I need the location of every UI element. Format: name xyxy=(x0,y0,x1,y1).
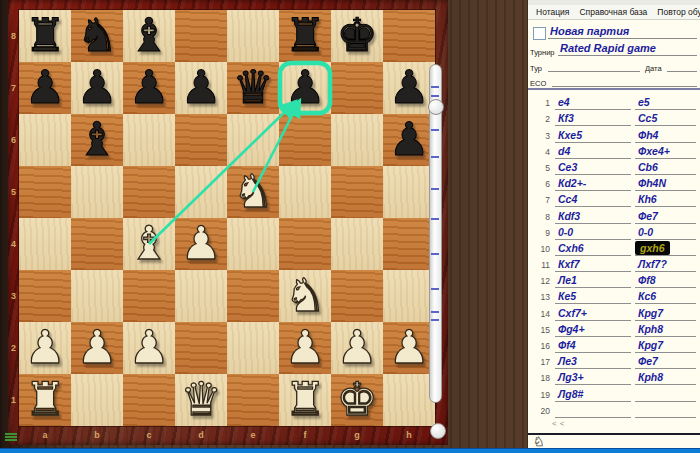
square-c6[interactable] xyxy=(123,114,175,166)
black-move[interactable]: Фe7 xyxy=(635,354,696,369)
white-pawn-d4[interactable]: ♟ xyxy=(175,218,227,270)
rank-label-8: 8 xyxy=(8,10,19,62)
black-move[interactable]: Кc6 xyxy=(635,289,696,304)
panel-bottom-line xyxy=(528,433,700,435)
square-d6[interactable] xyxy=(175,114,227,166)
square-e3[interactable] xyxy=(227,270,279,322)
new-game-label: Новая партия xyxy=(550,25,629,37)
white-move[interactable]: e4 xyxy=(555,95,631,110)
white-move[interactable]: Кxf7 xyxy=(555,257,631,272)
scrollbar-tick xyxy=(431,95,439,97)
white-knight-f3[interactable]: ♞ xyxy=(279,270,331,322)
move-number: 6 xyxy=(534,177,550,191)
square-e1[interactable] xyxy=(227,374,279,426)
black-move[interactable]: Фxe4+ xyxy=(635,144,696,159)
tab-notation[interactable]: Нотация xyxy=(536,5,569,19)
scrollbar-tick xyxy=(431,288,439,290)
scrollbar-tick xyxy=(431,218,439,220)
white-move[interactable]: Кe5 xyxy=(555,289,631,304)
move-row-5: 5Сe3Сb6 xyxy=(528,159,700,175)
square-g1[interactable]: ♚ xyxy=(331,374,383,426)
white-move[interactable]: Кd2+- xyxy=(555,176,631,191)
square-g3[interactable] xyxy=(331,270,383,322)
white-move[interactable]: Лg3+ xyxy=(555,370,631,385)
file-label-e: e xyxy=(227,427,279,443)
square-h2[interactable]: ♟ xyxy=(383,322,435,374)
black-rook-f8[interactable]: ♜ xyxy=(279,10,331,62)
current-move[interactable]: gxh6 xyxy=(635,241,670,255)
file-label-f: f xyxy=(279,427,331,443)
black-move[interactable]: Крh8 xyxy=(635,370,696,385)
square-a8[interactable]: ♜ xyxy=(19,10,71,62)
white-move[interactable]: Лg8# xyxy=(555,387,631,402)
black-move[interactable] xyxy=(635,387,696,402)
square-f3[interactable]: ♞ xyxy=(279,270,331,322)
tournament-value[interactable]: Rated Rapid game xyxy=(560,42,656,54)
round-field[interactable] xyxy=(548,71,640,72)
square-f5[interactable] xyxy=(279,166,331,218)
black-pawn-h6[interactable]: ♟ xyxy=(383,114,435,166)
square-h6[interactable]: ♟ xyxy=(383,114,435,166)
square-a1[interactable]: ♜ xyxy=(19,374,71,426)
move-number: 8 xyxy=(534,210,550,224)
scrollbar-tick xyxy=(431,86,439,88)
scrollbar-tick xyxy=(431,188,439,190)
notation-knight-icon[interactable]: ♘ xyxy=(533,434,545,449)
white-move[interactable]: Кxe5 xyxy=(555,128,631,143)
move-number: 11 xyxy=(534,258,550,272)
move-row-6: 6Кd2+-Фh4N xyxy=(528,175,700,191)
square-b3[interactable] xyxy=(71,270,123,322)
move-number: 15 xyxy=(534,323,550,337)
eco-field[interactable] xyxy=(552,86,697,87)
date-field[interactable] xyxy=(667,71,697,72)
rank-label-3: 3 xyxy=(8,270,19,322)
move-number: 4 xyxy=(534,145,550,159)
black-move[interactable]: Кh6 xyxy=(635,192,696,207)
move-number: 13 xyxy=(534,290,550,304)
black-move[interactable]: 0-0 xyxy=(635,225,696,240)
move-number: 1 xyxy=(534,96,550,110)
square-d1[interactable]: ♛ xyxy=(175,374,227,426)
move-number: 3 xyxy=(534,129,550,143)
board-corner-button[interactable] xyxy=(430,423,446,439)
move-row-15: 15Фg4+Крh8 xyxy=(528,321,700,337)
square-f6[interactable] xyxy=(279,114,331,166)
black-queen-e7[interactable]: ♛ xyxy=(227,62,279,114)
square-c5[interactable] xyxy=(123,166,175,218)
notation-panel: Нотация Справочная база Повтор обуче Нов… xyxy=(527,0,700,448)
scrollbar-tick xyxy=(431,129,439,131)
square-f4[interactable] xyxy=(279,218,331,270)
app-window: ♜♞♝♜♚♟♟♟♟♛♟♟♝♟♞♝♟♞♟♟♟♟♟♟♜♛♜♚ 87654321 ab… xyxy=(0,0,700,453)
square-a4[interactable] xyxy=(19,218,71,270)
board-scrollbar[interactable] xyxy=(429,64,442,403)
black-move[interactable]: Лxf7? xyxy=(635,257,696,272)
form-moves-separator xyxy=(528,88,700,90)
square-b5[interactable] xyxy=(71,166,123,218)
black-move[interactable]: e5 xyxy=(635,95,696,110)
square-d8[interactable] xyxy=(175,10,227,62)
white-knight-e5[interactable]: ♞ xyxy=(227,166,279,218)
black-pawn-b7[interactable]: ♟ xyxy=(71,62,123,114)
move-number: 17 xyxy=(534,355,550,369)
black-move[interactable] xyxy=(635,403,696,418)
square-h8[interactable] xyxy=(383,10,435,62)
white-rook-a1[interactable]: ♜ xyxy=(19,374,71,426)
scrollbar-tick xyxy=(431,156,439,158)
black-pawn-d7[interactable]: ♟ xyxy=(175,62,227,114)
square-c2[interactable]: ♟ xyxy=(123,322,175,374)
square-g4[interactable] xyxy=(331,218,383,270)
square-h1[interactable] xyxy=(383,374,435,426)
square-d4[interactable]: ♟ xyxy=(175,218,227,270)
white-move[interactable]: Сc4 xyxy=(555,192,631,207)
black-rook-a8[interactable]: ♜ xyxy=(19,10,71,62)
black-bishop-c8[interactable]: ♝ xyxy=(123,10,175,62)
square-f7[interactable]: ♟ xyxy=(279,62,331,114)
file-label-h: h xyxy=(383,427,435,443)
move-row-13: 13Кe5Кc6 xyxy=(528,288,700,304)
square-h5[interactable] xyxy=(383,166,435,218)
move-list: 1e4e52Кf3Сc53Кxe5Фh44d4Фxe4+5Сe3Сb66Кd2+… xyxy=(528,94,700,418)
square-g8[interactable]: ♚ xyxy=(331,10,383,62)
square-b6[interactable]: ♝ xyxy=(71,114,123,166)
move-row-12: 12Лe1Фf8 xyxy=(528,272,700,288)
new-game-checkbox[interactable] xyxy=(533,27,546,40)
white-move[interactable]: Кdf3 xyxy=(555,209,631,224)
tab-replay-training[interactable]: Повтор обуче xyxy=(657,5,700,19)
move-row-18: 18Лg3+Крh8 xyxy=(528,369,700,385)
square-h4[interactable] xyxy=(383,218,435,270)
move-number: 5 xyxy=(534,161,550,175)
white-pawn-f2[interactable]: ♟ xyxy=(279,322,331,374)
square-c4[interactable]: ♝ xyxy=(123,218,175,270)
square-a2[interactable]: ♟ xyxy=(19,322,71,374)
move-number: 20 xyxy=(534,404,550,418)
white-rook-f1[interactable]: ♜ xyxy=(279,374,331,426)
square-f2[interactable]: ♟ xyxy=(279,322,331,374)
collapse-marker[interactable]: << xyxy=(552,419,567,428)
square-g5[interactable] xyxy=(331,166,383,218)
black-move[interactable]: Фh4N xyxy=(635,176,696,191)
square-e2[interactable] xyxy=(227,322,279,374)
white-move[interactable]: Сxf7+ xyxy=(555,306,631,321)
tournament-label: Турнир xyxy=(530,48,555,57)
black-king-g8[interactable]: ♚ xyxy=(331,10,383,62)
square-d7[interactable]: ♟ xyxy=(175,62,227,114)
scrollbar-tick xyxy=(431,319,439,321)
scrollbar-tick xyxy=(431,311,439,313)
black-move[interactable]: gxh6 xyxy=(635,241,696,256)
white-king-g1[interactable]: ♚ xyxy=(331,374,383,426)
board-menu-icon[interactable] xyxy=(5,433,17,443)
move-row-20: 20 xyxy=(528,402,700,418)
square-c1[interactable] xyxy=(123,374,175,426)
move-row-8: 8Кdf3Фe7 xyxy=(528,207,700,223)
square-b7[interactable]: ♟ xyxy=(71,62,123,114)
black-move[interactable]: Фf8 xyxy=(635,273,696,288)
black-knight-b8[interactable]: ♞ xyxy=(71,10,123,62)
move-row-1: 1e4e5 xyxy=(528,94,700,110)
square-f1[interactable]: ♜ xyxy=(279,374,331,426)
move-number: 9 xyxy=(534,226,550,240)
date-label: Дата xyxy=(645,64,662,73)
file-label-a: a xyxy=(19,427,71,443)
move-row-19: 19Лg8# xyxy=(528,385,700,401)
black-pawn-f7[interactable]: ♟ xyxy=(279,62,331,114)
square-c8[interactable]: ♝ xyxy=(123,10,175,62)
move-number: 2 xyxy=(534,112,550,126)
black-move[interactable]: Сc5 xyxy=(635,111,696,126)
square-e5[interactable]: ♞ xyxy=(227,166,279,218)
black-move[interactable]: Фe7 xyxy=(635,209,696,224)
black-move[interactable]: Сb6 xyxy=(635,160,696,175)
rank-label-6: 6 xyxy=(8,114,19,166)
white-move[interactable]: Фf4 xyxy=(555,338,631,353)
move-row-17: 17Лe3Фe7 xyxy=(528,353,700,369)
rank-label-5: 5 xyxy=(8,166,19,218)
white-move[interactable]: Сxh6 xyxy=(555,241,631,256)
rank-label-4: 4 xyxy=(8,218,19,270)
white-move[interactable]: Лe3 xyxy=(555,354,631,369)
move-row-11: 11Кxf7Лxf7? xyxy=(528,256,700,272)
rank-label-1: 1 xyxy=(8,374,19,426)
white-bishop-c4[interactable]: ♝ xyxy=(123,218,175,270)
square-b2[interactable]: ♟ xyxy=(71,322,123,374)
move-number: 12 xyxy=(534,274,550,288)
square-d3[interactable] xyxy=(175,270,227,322)
move-row-9: 90-00-0 xyxy=(528,224,700,240)
white-pawn-c2[interactable]: ♟ xyxy=(123,322,175,374)
white-pawn-a2[interactable]: ♟ xyxy=(19,322,71,374)
square-a5[interactable] xyxy=(19,166,71,218)
rank-label-2: 2 xyxy=(8,322,19,374)
square-e7[interactable]: ♛ xyxy=(227,62,279,114)
square-d5[interactable] xyxy=(175,166,227,218)
square-a3[interactable] xyxy=(19,270,71,322)
black-move[interactable]: Крh8 xyxy=(635,322,696,337)
move-number: 19 xyxy=(534,388,550,402)
square-g2[interactable]: ♟ xyxy=(331,322,383,374)
move-number: 7 xyxy=(534,193,550,207)
white-move[interactable] xyxy=(555,403,631,418)
game-header-form: Новая партия Турнир Rated Rapid game Тур… xyxy=(528,21,700,88)
square-h3[interactable] xyxy=(383,270,435,322)
eco-label: ECO xyxy=(530,79,546,88)
chess-board: ♜♞♝♜♚♟♟♟♟♛♟♟♝♟♞♝♟♞♟♟♟♟♟♟♜♛♜♚ 87654321 ab… xyxy=(8,0,448,445)
board-squares[interactable]: ♜♞♝♜♚♟♟♟♟♛♟♟♝♟♞♝♟♞♟♟♟♟♟♟♜♛♜♚ xyxy=(19,10,435,426)
black-pawn-a7[interactable]: ♟ xyxy=(19,62,71,114)
square-a7[interactable]: ♟ xyxy=(19,62,71,114)
square-g6[interactable] xyxy=(331,114,383,166)
move-number: 18 xyxy=(534,371,550,385)
scrollbar-tick xyxy=(431,253,439,255)
scrollbar-knob[interactable] xyxy=(428,99,444,115)
white-move[interactable]: Лe1 xyxy=(555,273,631,288)
move-number: 10 xyxy=(534,242,550,256)
white-move[interactable]: Фg4+ xyxy=(555,322,631,337)
square-b8[interactable]: ♞ xyxy=(71,10,123,62)
move-row-10: 10Сxh6gxh6 xyxy=(528,240,700,256)
black-bishop-b6[interactable]: ♝ xyxy=(71,114,123,166)
move-row-14: 14Сxf7+Крg7 xyxy=(528,304,700,320)
square-a6[interactable] xyxy=(19,114,71,166)
white-move[interactable]: d4 xyxy=(555,144,631,159)
window-edge-bar xyxy=(0,448,700,453)
white-move[interactable]: 0-0 xyxy=(555,225,631,240)
white-move[interactable]: Кf3 xyxy=(555,111,631,126)
square-d2[interactable] xyxy=(175,322,227,374)
white-move[interactable]: Сe3 xyxy=(555,160,631,175)
black-move[interactable]: Крg7 xyxy=(635,338,696,353)
white-pawn-b2[interactable]: ♟ xyxy=(71,322,123,374)
square-b1[interactable] xyxy=(71,374,123,426)
rank-label-7: 7 xyxy=(8,62,19,114)
move-row-3: 3Кxe5Фh4 xyxy=(528,126,700,142)
file-label-b: b xyxy=(71,427,123,443)
square-e8[interactable] xyxy=(227,10,279,62)
move-number: 14 xyxy=(534,307,550,321)
white-queen-d1[interactable]: ♛ xyxy=(175,374,227,426)
square-e4[interactable] xyxy=(227,218,279,270)
square-c3[interactable] xyxy=(123,270,175,322)
square-e6[interactable] xyxy=(227,114,279,166)
move-number: 16 xyxy=(534,339,550,353)
round-label: Тур xyxy=(530,64,542,73)
square-g7[interactable] xyxy=(331,62,383,114)
file-label-d: d xyxy=(175,427,227,443)
tab-reference[interactable]: Справочная база xyxy=(579,5,647,19)
square-f8[interactable]: ♜ xyxy=(279,10,331,62)
move-row-7: 7Сc4Кh6 xyxy=(528,191,700,207)
square-b4[interactable] xyxy=(71,218,123,270)
move-row-4: 4d4Фxe4+ xyxy=(528,143,700,159)
black-pawn-c7[interactable]: ♟ xyxy=(123,62,175,114)
file-label-c: c xyxy=(123,427,175,443)
move-row-16: 16Фf4Крg7 xyxy=(528,337,700,353)
black-move[interactable]: Крg7 xyxy=(635,306,696,321)
white-pawn-g2[interactable]: ♟ xyxy=(331,322,383,374)
panel-tabs: Нотация Справочная база Повтор обуче xyxy=(528,5,700,20)
move-row-2: 2Кf3Сc5 xyxy=(528,110,700,126)
square-c7[interactable]: ♟ xyxy=(123,62,175,114)
file-label-g: g xyxy=(331,427,383,443)
white-pawn-h2[interactable]: ♟ xyxy=(383,322,435,374)
black-move[interactable]: Фh4 xyxy=(635,128,696,143)
